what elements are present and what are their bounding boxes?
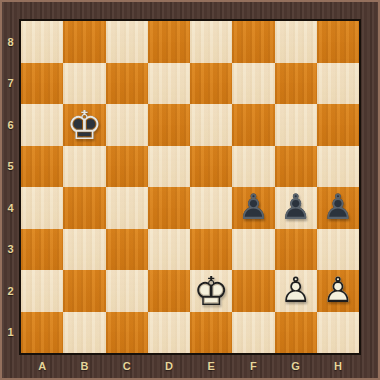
board-grid: ♚♔♟♙♟♙♟♙♚♔♟♙♟♙ <box>21 21 359 353</box>
square-e3[interactable] <box>190 229 232 271</box>
rank-label-6: 6 <box>3 104 18 146</box>
piece-black-king[interactable]: ♚♔ <box>66 105 102 145</box>
square-d8[interactable] <box>148 21 190 63</box>
square-h8[interactable] <box>317 21 359 63</box>
rank-label-3: 3 <box>3 229 18 271</box>
chess-board: ♚♔♟♙♟♙♟♙♚♔♟♙♟♙ 87654321ABCDEFGH <box>0 0 380 380</box>
square-f1[interactable] <box>232 312 274 354</box>
square-h6[interactable] <box>317 104 359 146</box>
square-h4[interactable]: ♟♙ <box>317 187 359 229</box>
square-h3[interactable] <box>317 229 359 271</box>
square-h7[interactable] <box>317 63 359 105</box>
rank-label-2: 2 <box>3 270 18 312</box>
square-b8[interactable] <box>63 21 105 63</box>
file-label-f: F <box>232 356 274 376</box>
square-a2[interactable] <box>21 270 63 312</box>
square-g6[interactable] <box>275 104 317 146</box>
piece-black-pawn[interactable]: ♟♙ <box>238 190 269 225</box>
rank-label-8: 8 <box>3 21 18 63</box>
file-label-c: C <box>106 356 148 376</box>
square-f7[interactable] <box>232 63 274 105</box>
square-b2[interactable] <box>63 270 105 312</box>
square-f2[interactable] <box>232 270 274 312</box>
piece-black-pawn[interactable]: ♟♙ <box>280 190 311 225</box>
square-g8[interactable] <box>275 21 317 63</box>
rank-label-4: 4 <box>3 187 18 229</box>
square-a1[interactable] <box>21 312 63 354</box>
square-c5[interactable] <box>106 146 148 188</box>
square-c2[interactable] <box>106 270 148 312</box>
white-pawn-outline: ♙ <box>280 273 311 308</box>
square-h5[interactable] <box>317 146 359 188</box>
piece-white-pawn[interactable]: ♟♙ <box>280 273 311 308</box>
piece-white-pawn[interactable]: ♟♙ <box>322 273 353 308</box>
square-g3[interactable] <box>275 229 317 271</box>
square-g1[interactable] <box>275 312 317 354</box>
square-e5[interactable] <box>190 146 232 188</box>
square-g4[interactable]: ♟♙ <box>275 187 317 229</box>
file-label-g: G <box>275 356 317 376</box>
square-c1[interactable] <box>106 312 148 354</box>
square-a8[interactable] <box>21 21 63 63</box>
square-f8[interactable] <box>232 21 274 63</box>
square-d5[interactable] <box>148 146 190 188</box>
square-e6[interactable] <box>190 104 232 146</box>
square-c8[interactable] <box>106 21 148 63</box>
square-e7[interactable] <box>190 63 232 105</box>
piece-white-king[interactable]: ♚♔ <box>193 271 229 311</box>
square-d3[interactable] <box>148 229 190 271</box>
black-pawn-outline: ♙ <box>238 190 269 225</box>
file-label-h: H <box>317 356 359 376</box>
rank-label-1: 1 <box>3 312 18 354</box>
square-a4[interactable] <box>21 187 63 229</box>
square-e4[interactable] <box>190 187 232 229</box>
square-b1[interactable] <box>63 312 105 354</box>
black-king-outline: ♔ <box>66 105 102 145</box>
square-f4[interactable]: ♟♙ <box>232 187 274 229</box>
file-label-b: B <box>63 356 105 376</box>
square-d4[interactable] <box>148 187 190 229</box>
rank-label-7: 7 <box>3 63 18 105</box>
square-b6[interactable]: ♚♔ <box>63 104 105 146</box>
square-a5[interactable] <box>21 146 63 188</box>
square-c6[interactable] <box>106 104 148 146</box>
square-b4[interactable] <box>63 187 105 229</box>
square-c7[interactable] <box>106 63 148 105</box>
square-e8[interactable] <box>190 21 232 63</box>
square-e1[interactable] <box>190 312 232 354</box>
square-g7[interactable] <box>275 63 317 105</box>
square-e2[interactable]: ♚♔ <box>190 270 232 312</box>
square-f5[interactable] <box>232 146 274 188</box>
file-label-a: A <box>21 356 63 376</box>
black-pawn-outline: ♙ <box>280 190 311 225</box>
square-a7[interactable] <box>21 63 63 105</box>
white-king-outline: ♔ <box>193 271 229 311</box>
square-f3[interactable] <box>232 229 274 271</box>
file-label-e: E <box>190 356 232 376</box>
piece-black-pawn[interactable]: ♟♙ <box>322 190 353 225</box>
square-d2[interactable] <box>148 270 190 312</box>
square-a3[interactable] <box>21 229 63 271</box>
square-d1[interactable] <box>148 312 190 354</box>
file-label-d: D <box>148 356 190 376</box>
square-b5[interactable] <box>63 146 105 188</box>
square-c4[interactable] <box>106 187 148 229</box>
board-frame-inner-border: ♚♔♟♙♟♙♟♙♚♔♟♙♟♙ <box>19 19 361 355</box>
square-h1[interactable] <box>317 312 359 354</box>
black-pawn-outline: ♙ <box>322 190 353 225</box>
square-h2[interactable]: ♟♙ <box>317 270 359 312</box>
square-d6[interactable] <box>148 104 190 146</box>
square-c3[interactable] <box>106 229 148 271</box>
square-f6[interactable] <box>232 104 274 146</box>
white-pawn-outline: ♙ <box>322 273 353 308</box>
square-a6[interactable] <box>21 104 63 146</box>
square-b3[interactable] <box>63 229 105 271</box>
rank-label-5: 5 <box>3 146 18 188</box>
square-g2[interactable]: ♟♙ <box>275 270 317 312</box>
square-g5[interactable] <box>275 146 317 188</box>
square-b7[interactable] <box>63 63 105 105</box>
square-d7[interactable] <box>148 63 190 105</box>
